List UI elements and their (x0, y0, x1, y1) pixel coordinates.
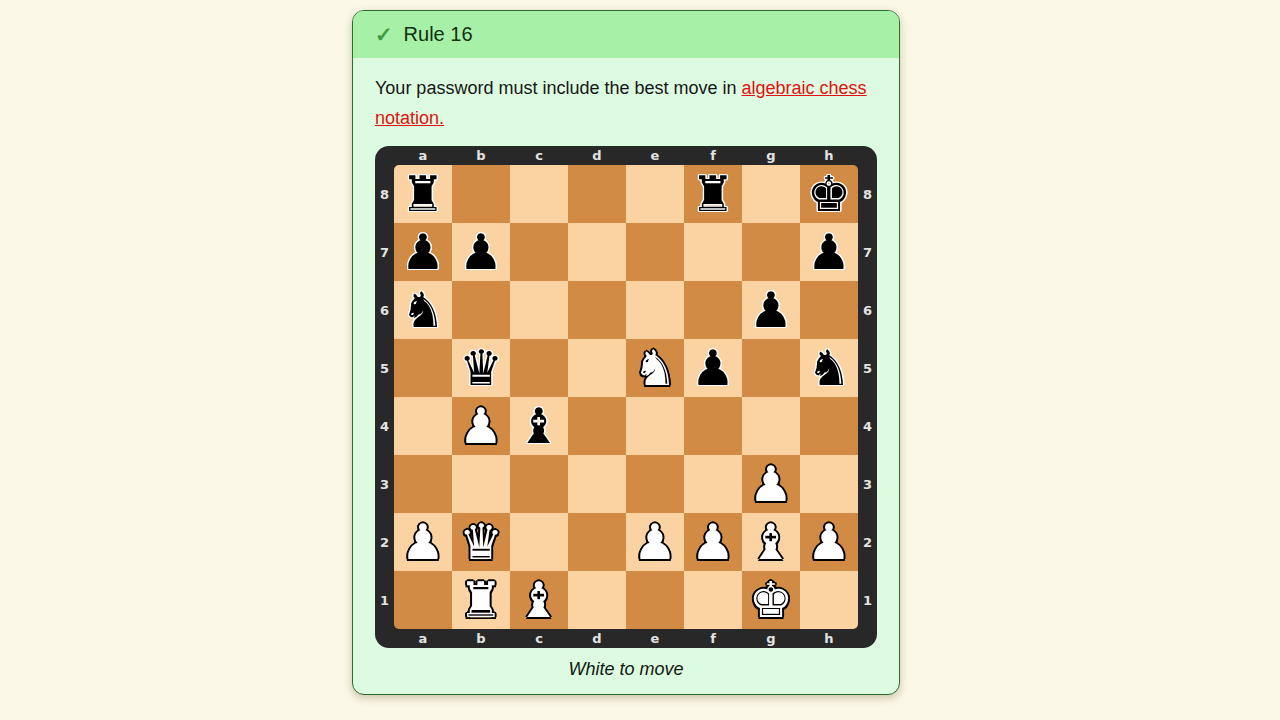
square-c1: ♝ (510, 571, 568, 629)
frame-corner (375, 629, 394, 648)
file-label-f-top: f (684, 146, 742, 165)
piece-black-bishop-c4: ♝ (517, 402, 561, 451)
square-c7 (510, 223, 568, 281)
rank-label-2-right: 2 (858, 513, 877, 571)
square-g1: ♚ (742, 571, 800, 629)
file-label-h-top: h (800, 146, 858, 165)
square-c2 (510, 513, 568, 571)
square-e6 (626, 281, 684, 339)
square-c4: ♝ (510, 397, 568, 455)
file-label-b-top: b (452, 146, 510, 165)
square-a6: ♞ (394, 281, 452, 339)
rank-label-3-left: 3 (375, 455, 394, 513)
rank-label-7-left: 7 (375, 223, 394, 281)
square-g7 (742, 223, 800, 281)
piece-black-pawn-a7: ♟ (401, 228, 445, 277)
rule-text-prefix: Your password must include the best move… (375, 78, 742, 98)
square-e3 (626, 455, 684, 513)
square-d7 (568, 223, 626, 281)
file-label-c-top: c (510, 146, 568, 165)
rank-label-8-left: 8 (375, 165, 394, 223)
piece-white-bishop-c1: ♝ (517, 576, 561, 625)
rank-label-3-right: 3 (858, 455, 877, 513)
piece-white-pawn-f2: ♟ (691, 518, 735, 567)
file-label-b-bottom: b (452, 629, 510, 648)
square-f8: ♜ (684, 165, 742, 223)
square-h2: ♟ (800, 513, 858, 571)
rank-label-5-right: 5 (858, 339, 877, 397)
piece-white-bishop-g2: ♝ (749, 518, 793, 567)
square-g8 (742, 165, 800, 223)
rule-card-header: ✓ Rule 16 (353, 11, 899, 58)
rule-title: Rule 16 (404, 23, 473, 46)
square-a7: ♟ (394, 223, 452, 281)
square-b5: ♛ (452, 339, 510, 397)
piece-black-rook-a8: ♜ (401, 170, 445, 219)
file-label-a-top: a (394, 146, 452, 165)
square-g3: ♟ (742, 455, 800, 513)
square-a2: ♟ (394, 513, 452, 571)
square-a1 (394, 571, 452, 629)
rule-text: Your password must include the best move… (375, 73, 877, 133)
square-g5 (742, 339, 800, 397)
file-label-e-top: e (626, 146, 684, 165)
square-h4 (800, 397, 858, 455)
square-e2: ♟ (626, 513, 684, 571)
rank-label-4-right: 4 (858, 397, 877, 455)
square-a4 (394, 397, 452, 455)
square-b8 (452, 165, 510, 223)
piece-white-pawn-g3: ♟ (749, 460, 793, 509)
file-label-f-bottom: f (684, 629, 742, 648)
square-h3 (800, 455, 858, 513)
file-label-g-bottom: g (742, 629, 800, 648)
square-c6 (510, 281, 568, 339)
piece-black-rook-f8: ♜ (691, 170, 735, 219)
piece-black-pawn-g6: ♟ (749, 286, 793, 335)
rank-label-4-left: 4 (375, 397, 394, 455)
rank-label-1-right: 1 (858, 571, 877, 629)
piece-white-pawn-e2: ♟ (633, 518, 677, 567)
square-e4 (626, 397, 684, 455)
rank-label-7-right: 7 (858, 223, 877, 281)
piece-black-knight-a6: ♞ (401, 286, 445, 335)
piece-white-pawn-a2: ♟ (401, 518, 445, 567)
square-h7: ♟ (800, 223, 858, 281)
square-d2 (568, 513, 626, 571)
rank-label-6-right: 6 (858, 281, 877, 339)
square-b3 (452, 455, 510, 513)
file-label-g-top: g (742, 146, 800, 165)
square-c3 (510, 455, 568, 513)
square-d6 (568, 281, 626, 339)
file-label-h-bottom: h (800, 629, 858, 648)
square-g2: ♝ (742, 513, 800, 571)
piece-white-queen-b2: ♛ (459, 518, 503, 567)
piece-white-knight-e5: ♞ (633, 344, 677, 393)
square-b7: ♟ (452, 223, 510, 281)
check-icon: ✓ (375, 24, 393, 45)
rank-label-2-left: 2 (375, 513, 394, 571)
square-b4: ♟ (452, 397, 510, 455)
square-g4 (742, 397, 800, 455)
piece-black-pawn-h7: ♟ (807, 228, 851, 277)
square-h6 (800, 281, 858, 339)
square-b6 (452, 281, 510, 339)
frame-corner (858, 146, 877, 165)
square-e5: ♞ (626, 339, 684, 397)
square-f5: ♟ (684, 339, 742, 397)
file-label-d-top: d (568, 146, 626, 165)
square-d5 (568, 339, 626, 397)
rank-label-6-left: 6 (375, 281, 394, 339)
square-b1: ♜ (452, 571, 510, 629)
square-e1 (626, 571, 684, 629)
file-label-e-bottom: e (626, 629, 684, 648)
square-h1 (800, 571, 858, 629)
piece-black-king-h8: ♚ (807, 170, 851, 219)
turn-caption: White to move (375, 659, 877, 680)
square-a3 (394, 455, 452, 513)
piece-white-pawn-h2: ♟ (807, 518, 851, 567)
piece-white-king-g1: ♚ (749, 576, 793, 625)
square-f4 (684, 397, 742, 455)
square-b2: ♛ (452, 513, 510, 571)
piece-black-pawn-b7: ♟ (459, 228, 503, 277)
square-e7 (626, 223, 684, 281)
square-f3 (684, 455, 742, 513)
rank-label-8-right: 8 (858, 165, 877, 223)
square-d1 (568, 571, 626, 629)
square-a8: ♜ (394, 165, 452, 223)
rank-label-5-left: 5 (375, 339, 394, 397)
square-g6: ♟ (742, 281, 800, 339)
square-a5 (394, 339, 452, 397)
chess-board: abcdefgh8♜♜♚87♟♟♟76♞♟65♛♞♟♞54♟♝43♟32♟♛♟♟… (375, 146, 877, 648)
square-d4 (568, 397, 626, 455)
rule-card: ✓ Rule 16 Your password must include the… (352, 10, 900, 695)
file-label-d-bottom: d (568, 629, 626, 648)
piece-black-pawn-f5: ♟ (691, 344, 735, 393)
frame-corner (375, 146, 394, 165)
frame-corner (858, 629, 877, 648)
square-f7 (684, 223, 742, 281)
piece-white-rook-b1: ♜ (459, 576, 503, 625)
rank-label-1-left: 1 (375, 571, 394, 629)
square-d8 (568, 165, 626, 223)
square-f1 (684, 571, 742, 629)
rule-card-body: Your password must include the best move… (353, 58, 899, 694)
square-e8 (626, 165, 684, 223)
square-d3 (568, 455, 626, 513)
square-f2: ♟ (684, 513, 742, 571)
square-h8: ♚ (800, 165, 858, 223)
square-c8 (510, 165, 568, 223)
piece-black-queen-b5: ♛ (459, 344, 503, 393)
square-c5 (510, 339, 568, 397)
square-f6 (684, 281, 742, 339)
file-label-a-bottom: a (394, 629, 452, 648)
piece-black-knight-h5: ♞ (807, 344, 851, 393)
square-h5: ♞ (800, 339, 858, 397)
piece-white-pawn-b4: ♟ (459, 402, 503, 451)
file-label-c-bottom: c (510, 629, 568, 648)
